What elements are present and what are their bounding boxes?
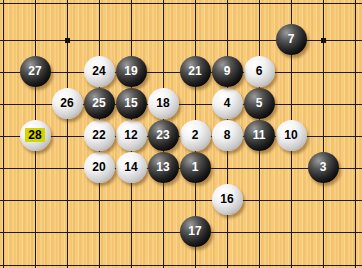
go-board[interactable]: 1234567891011121314151617181920212223242… bbox=[0, 0, 362, 268]
stone-black-13[interactable]: 13 bbox=[148, 152, 179, 183]
stone-number: 25 bbox=[91, 97, 106, 109]
stone-number: 9 bbox=[223, 65, 232, 77]
grid-vline-0 bbox=[3, 0, 4, 268]
grid-hline-1 bbox=[0, 40, 362, 41]
stone-number: 27 bbox=[27, 65, 42, 77]
stone-number: 5 bbox=[255, 97, 264, 109]
stone-number: 15 bbox=[123, 97, 138, 109]
grid-vline-11 bbox=[355, 0, 356, 268]
stone-white-2[interactable]: 2 bbox=[180, 120, 211, 151]
stone-white-28[interactable]: 28 bbox=[20, 120, 51, 151]
stone-number: 16 bbox=[219, 193, 234, 205]
stone-number: 20 bbox=[91, 161, 106, 173]
stone-white-14[interactable]: 14 bbox=[116, 152, 147, 183]
stone-number: 1 bbox=[191, 161, 200, 173]
stone-white-26[interactable]: 26 bbox=[52, 88, 83, 119]
stone-black-27[interactable]: 27 bbox=[20, 56, 51, 87]
stone-number: 13 bbox=[155, 161, 170, 173]
stone-number: 22 bbox=[91, 129, 106, 141]
stone-white-12[interactable]: 12 bbox=[116, 120, 147, 151]
stone-number: 18 bbox=[155, 97, 170, 109]
stone-white-16[interactable]: 16 bbox=[212, 184, 243, 215]
stone-number: 26 bbox=[59, 97, 74, 109]
stone-number: 3 bbox=[319, 161, 328, 173]
stone-black-17[interactable]: 17 bbox=[180, 216, 211, 247]
stone-white-4[interactable]: 4 bbox=[212, 88, 243, 119]
stone-black-25[interactable]: 25 bbox=[84, 88, 115, 119]
stone-white-18[interactable]: 18 bbox=[148, 88, 179, 119]
stone-white-20[interactable]: 20 bbox=[84, 152, 115, 183]
star-point-0 bbox=[65, 38, 70, 43]
stone-number: 8 bbox=[223, 129, 232, 141]
stone-number: 19 bbox=[123, 65, 138, 77]
grid-hline-6 bbox=[0, 200, 362, 201]
stone-number: 6 bbox=[255, 65, 264, 77]
star-point-1 bbox=[321, 38, 326, 43]
stone-number-last-move: 28 bbox=[25, 128, 44, 142]
stone-white-6[interactable]: 6 bbox=[244, 56, 275, 87]
stone-number: 2 bbox=[191, 129, 200, 141]
stone-number: 24 bbox=[91, 65, 106, 77]
stone-white-8[interactable]: 8 bbox=[212, 120, 243, 151]
stone-number: 21 bbox=[187, 65, 202, 77]
stone-number: 14 bbox=[123, 161, 138, 173]
stone-white-22[interactable]: 22 bbox=[84, 120, 115, 151]
stone-black-9[interactable]: 9 bbox=[212, 56, 243, 87]
stone-black-3[interactable]: 3 bbox=[308, 152, 339, 183]
stone-number: 17 bbox=[187, 225, 202, 237]
stone-number: 11 bbox=[252, 129, 267, 141]
stone-black-7[interactable]: 7 bbox=[276, 24, 307, 55]
stone-number: 7 bbox=[287, 33, 296, 45]
grid-hline-0 bbox=[0, 3, 362, 4]
stone-white-24[interactable]: 24 bbox=[84, 56, 115, 87]
stone-number: 10 bbox=[283, 129, 298, 141]
stone-black-15[interactable]: 15 bbox=[116, 88, 147, 119]
stone-black-5[interactable]: 5 bbox=[244, 88, 275, 119]
stone-black-11[interactable]: 11 bbox=[244, 120, 275, 151]
stone-black-23[interactable]: 23 bbox=[148, 120, 179, 151]
stone-number: 23 bbox=[155, 129, 170, 141]
stone-number: 4 bbox=[223, 97, 232, 109]
stone-number: 12 bbox=[123, 129, 138, 141]
stone-white-10[interactable]: 10 bbox=[276, 120, 307, 151]
stone-black-1[interactable]: 1 bbox=[180, 152, 211, 183]
grid-hline-8 bbox=[0, 265, 362, 266]
stone-black-19[interactable]: 19 bbox=[116, 56, 147, 87]
stone-black-21[interactable]: 21 bbox=[180, 56, 211, 87]
